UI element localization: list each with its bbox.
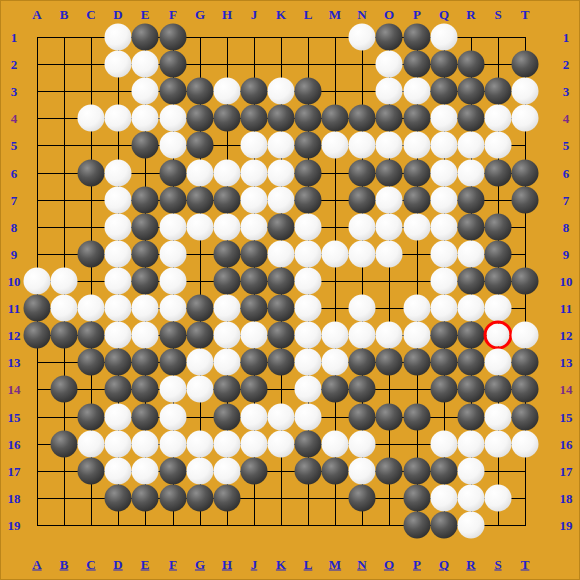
coord-label-bottom: P <box>413 558 421 571</box>
stone-black[interactable] <box>295 78 322 105</box>
stone-black[interactable] <box>78 458 105 485</box>
stone-black[interactable] <box>295 187 322 214</box>
stone-white[interactable] <box>349 241 376 268</box>
stone-black[interactable] <box>160 485 187 512</box>
stone-black[interactable] <box>322 458 349 485</box>
stone-white[interactable] <box>295 214 322 241</box>
stone-white[interactable] <box>160 295 187 322</box>
stone-black[interactable] <box>404 160 431 187</box>
coord-label-top: L <box>304 8 313 21</box>
stone-white[interactable] <box>431 485 458 512</box>
stone-white[interactable] <box>105 458 132 485</box>
stone-white[interactable] <box>376 51 403 78</box>
stone-black[interactable] <box>214 105 241 132</box>
stone-black[interactable] <box>376 24 403 51</box>
stone-black[interactable] <box>132 241 159 268</box>
coord-label-top: F <box>169 8 177 21</box>
stone-black[interactable] <box>349 376 376 403</box>
stone-white[interactable] <box>132 78 159 105</box>
stone-black[interactable] <box>485 241 512 268</box>
stone-white[interactable] <box>132 431 159 458</box>
stone-black[interactable] <box>268 295 295 322</box>
stone-black[interactable] <box>241 78 268 105</box>
stone-white[interactable] <box>105 241 132 268</box>
stone-black[interactable] <box>404 24 431 51</box>
stone-black[interactable] <box>268 105 295 132</box>
stone-white[interactable] <box>349 431 376 458</box>
stone-black[interactable] <box>105 485 132 512</box>
stone-black[interactable] <box>241 376 268 403</box>
stone-black[interactable] <box>485 78 512 105</box>
stone-black[interactable] <box>376 105 403 132</box>
stone-black[interactable] <box>349 404 376 431</box>
stone-white[interactable] <box>187 349 214 376</box>
stone-black[interactable] <box>458 105 485 132</box>
stone-black[interactable] <box>404 404 431 431</box>
stone-white[interactable] <box>376 241 403 268</box>
stone-white[interactable] <box>322 322 349 349</box>
coord-label-bottom: Q <box>439 558 449 571</box>
stone-white[interactable] <box>322 241 349 268</box>
coord-label-right: 2 <box>563 58 570 71</box>
stone-white[interactable] <box>78 431 105 458</box>
coord-label-left: 4 <box>11 112 18 125</box>
stone-white[interactable] <box>458 241 485 268</box>
stone-white[interactable] <box>295 241 322 268</box>
stone-white[interactable] <box>431 160 458 187</box>
stone-black[interactable] <box>132 268 159 295</box>
stone-white[interactable] <box>105 214 132 241</box>
stone-black[interactable] <box>295 431 322 458</box>
stone-white[interactable] <box>485 431 512 458</box>
stone-black[interactable] <box>349 485 376 512</box>
stone-black[interactable] <box>187 105 214 132</box>
stone-white[interactable] <box>431 295 458 322</box>
stone-black[interactable] <box>431 322 458 349</box>
stone-black[interactable] <box>160 349 187 376</box>
stone-black[interactable] <box>105 349 132 376</box>
stone-black[interactable] <box>404 485 431 512</box>
stone-black[interactable] <box>295 160 322 187</box>
stone-white[interactable] <box>105 160 132 187</box>
stone-black[interactable] <box>187 485 214 512</box>
stone-white[interactable] <box>458 132 485 159</box>
stone-white[interactable] <box>349 24 376 51</box>
stone-white[interactable] <box>404 132 431 159</box>
stone-white[interactable] <box>187 458 214 485</box>
stone-white[interactable] <box>160 105 187 132</box>
coord-label-right: 14 <box>560 383 573 396</box>
stone-black[interactable] <box>268 214 295 241</box>
stone-white[interactable] <box>78 295 105 322</box>
stone-white[interactable] <box>376 322 403 349</box>
stone-black[interactable] <box>132 132 159 159</box>
coord-label-bottom: G <box>195 558 205 571</box>
coord-label-left: 15 <box>8 411 21 424</box>
stone-white[interactable] <box>404 214 431 241</box>
stone-white[interactable] <box>160 268 187 295</box>
stone-black[interactable] <box>132 349 159 376</box>
coord-label-top: S <box>494 8 501 21</box>
stone-black[interactable] <box>78 404 105 431</box>
stone-white[interactable] <box>241 132 268 159</box>
stone-white[interactable] <box>295 349 322 376</box>
coord-label-top: K <box>276 8 286 21</box>
stone-white[interactable] <box>458 160 485 187</box>
stone-white[interactable] <box>105 322 132 349</box>
stone-white[interactable] <box>349 458 376 485</box>
stone-black[interactable] <box>241 349 268 376</box>
stone-black[interactable] <box>349 349 376 376</box>
stone-white[interactable] <box>214 322 241 349</box>
stone-black[interactable] <box>187 132 214 159</box>
stone-white[interactable] <box>295 404 322 431</box>
stone-black[interactable] <box>187 187 214 214</box>
stone-white[interactable] <box>431 241 458 268</box>
stone-white[interactable] <box>78 105 105 132</box>
stone-white[interactable] <box>105 24 132 51</box>
stone-black[interactable] <box>78 322 105 349</box>
stone-black[interactable] <box>322 376 349 403</box>
stone-white[interactable] <box>376 78 403 105</box>
coord-label-top: O <box>384 8 394 21</box>
coord-label-right: 15 <box>560 411 573 424</box>
stone-white[interactable] <box>160 431 187 458</box>
stone-white[interactable] <box>404 322 431 349</box>
stone-white[interactable] <box>268 404 295 431</box>
stone-white[interactable] <box>349 214 376 241</box>
stone-black[interactable] <box>512 160 539 187</box>
stone-black[interactable] <box>458 268 485 295</box>
stone-black[interactable] <box>214 404 241 431</box>
stone-white[interactable] <box>51 295 78 322</box>
stone-white[interactable] <box>132 295 159 322</box>
coord-label-top: B <box>60 8 69 21</box>
stone-white[interactable] <box>431 431 458 458</box>
stone-white[interactable] <box>214 349 241 376</box>
coord-label-top: P <box>413 8 421 21</box>
stone-white[interactable] <box>214 431 241 458</box>
stone-black[interactable] <box>132 187 159 214</box>
stone-black[interactable] <box>512 51 539 78</box>
stone-black[interactable] <box>241 268 268 295</box>
stone-black[interactable] <box>376 404 403 431</box>
stone-black[interactable] <box>295 458 322 485</box>
stone-white[interactable] <box>485 349 512 376</box>
stone-white[interactable] <box>214 458 241 485</box>
stone-white[interactable] <box>458 295 485 322</box>
coord-label-left: 14 <box>8 383 21 396</box>
coord-label-right: 12 <box>560 329 573 342</box>
go-board[interactable]: AABBCCDDEEFFGGHHJJKKLLMMNNOOPPQQRRSSTT11… <box>0 0 580 580</box>
stone-black[interactable] <box>160 160 187 187</box>
stone-white[interactable] <box>132 105 159 132</box>
stone-black[interactable] <box>322 105 349 132</box>
stone-white[interactable] <box>187 160 214 187</box>
stone-black[interactable] <box>160 51 187 78</box>
stone-black[interactable] <box>404 105 431 132</box>
stone-white[interactable] <box>512 322 539 349</box>
stone-black[interactable] <box>404 458 431 485</box>
stone-black[interactable] <box>512 376 539 403</box>
stone-white[interactable] <box>187 376 214 403</box>
stone-white[interactable] <box>214 214 241 241</box>
stone-white[interactable] <box>187 214 214 241</box>
stone-black[interactable] <box>187 322 214 349</box>
stone-black[interactable] <box>132 485 159 512</box>
stone-black[interactable] <box>295 105 322 132</box>
coord-label-top: M <box>329 8 341 21</box>
stone-black[interactable] <box>132 404 159 431</box>
stone-black[interactable] <box>78 241 105 268</box>
stone-white[interactable] <box>485 485 512 512</box>
stone-white[interactable] <box>105 295 132 322</box>
stone-black[interactable] <box>160 24 187 51</box>
coord-label-bottom: D <box>113 558 122 571</box>
stone-black[interactable] <box>24 295 51 322</box>
stone-black[interactable] <box>458 214 485 241</box>
stone-white[interactable] <box>187 431 214 458</box>
stone-white[interactable] <box>295 295 322 322</box>
stone-black[interactable] <box>295 132 322 159</box>
stone-white[interactable] <box>349 132 376 159</box>
stone-black[interactable] <box>349 160 376 187</box>
coord-label-right: 8 <box>563 221 570 234</box>
stone-black[interactable] <box>214 376 241 403</box>
stone-white[interactable] <box>268 160 295 187</box>
stone-white[interactable] <box>376 132 403 159</box>
stone-black[interactable] <box>376 349 403 376</box>
coord-label-left: 9 <box>11 248 18 261</box>
coord-label-right: 13 <box>560 356 573 369</box>
stone-white[interactable] <box>105 105 132 132</box>
stone-black[interactable] <box>485 160 512 187</box>
stone-white[interactable] <box>241 322 268 349</box>
stone-white[interactable] <box>485 132 512 159</box>
coord-label-bottom: S <box>494 558 501 571</box>
stone-white[interactable] <box>241 160 268 187</box>
stone-black[interactable] <box>431 349 458 376</box>
stone-black[interactable] <box>404 187 431 214</box>
coord-label-bottom: A <box>32 558 41 571</box>
stone-white[interactable] <box>512 78 539 105</box>
stone-white[interactable] <box>349 295 376 322</box>
stone-black[interactable] <box>458 51 485 78</box>
stone-black[interactable] <box>132 376 159 403</box>
stone-black[interactable] <box>268 349 295 376</box>
stone-white[interactable] <box>458 458 485 485</box>
coord-label-bottom: R <box>466 558 475 571</box>
stone-black[interactable] <box>404 349 431 376</box>
stone-white[interactable] <box>431 105 458 132</box>
stone-white[interactable] <box>322 132 349 159</box>
coord-label-right: 9 <box>563 248 570 261</box>
stone-white[interactable] <box>349 322 376 349</box>
stone-white[interactable] <box>458 512 485 539</box>
stone-black[interactable] <box>512 404 539 431</box>
coord-label-top: D <box>113 8 122 21</box>
stone-black[interactable] <box>187 78 214 105</box>
stone-black[interactable] <box>51 376 78 403</box>
stone-black[interactable] <box>160 322 187 349</box>
stone-black[interactable] <box>214 268 241 295</box>
stone-black[interactable] <box>458 78 485 105</box>
stone-black[interactable] <box>376 458 403 485</box>
stone-white[interactable] <box>24 268 51 295</box>
stone-white[interactable] <box>295 376 322 403</box>
stone-black[interactable] <box>376 160 403 187</box>
stone-black[interactable] <box>458 187 485 214</box>
stone-black[interactable] <box>431 458 458 485</box>
coord-label-top: N <box>357 8 366 21</box>
stone-white[interactable] <box>431 268 458 295</box>
stone-black[interactable] <box>160 187 187 214</box>
coord-label-top: J <box>251 8 258 21</box>
stone-black[interactable] <box>404 512 431 539</box>
stone-white[interactable] <box>485 105 512 132</box>
stone-white[interactable] <box>268 431 295 458</box>
stone-black[interactable] <box>485 268 512 295</box>
coord-label-top: R <box>466 8 475 21</box>
stone-black[interactable] <box>485 376 512 403</box>
stone-black[interactable] <box>24 322 51 349</box>
stone-black[interactable] <box>51 322 78 349</box>
stone-white[interactable] <box>376 214 403 241</box>
last-move-stone[interactable] <box>484 321 513 350</box>
stone-white[interactable] <box>241 187 268 214</box>
stone-white[interactable] <box>485 404 512 431</box>
stone-white[interactable] <box>160 214 187 241</box>
stone-black[interactable] <box>485 214 512 241</box>
stone-white[interactable] <box>431 214 458 241</box>
stone-black[interactable] <box>160 458 187 485</box>
stone-black[interactable] <box>51 431 78 458</box>
coord-label-top: G <box>195 8 205 21</box>
stone-black[interactable] <box>458 404 485 431</box>
stone-white[interactable] <box>132 322 159 349</box>
stone-black[interactable] <box>241 105 268 132</box>
stone-black[interactable] <box>458 349 485 376</box>
stone-black[interactable] <box>512 187 539 214</box>
stone-black[interactable] <box>458 376 485 403</box>
stone-white[interactable] <box>268 241 295 268</box>
stone-black[interactable] <box>349 187 376 214</box>
coord-label-left: 3 <box>11 85 18 98</box>
stone-black[interactable] <box>431 78 458 105</box>
coord-label-right: 5 <box>563 139 570 152</box>
stone-white[interactable] <box>105 187 132 214</box>
stone-black[interactable] <box>214 485 241 512</box>
coord-label-right: 7 <box>563 194 570 207</box>
stone-black[interactable] <box>132 214 159 241</box>
stone-white[interactable] <box>132 458 159 485</box>
stone-black[interactable] <box>214 187 241 214</box>
stone-black[interactable] <box>160 78 187 105</box>
stone-white[interactable] <box>241 404 268 431</box>
stone-black[interactable] <box>132 24 159 51</box>
stone-white[interactable] <box>214 295 241 322</box>
stone-white[interactable] <box>105 404 132 431</box>
stone-black[interactable] <box>431 512 458 539</box>
stone-black[interactable] <box>404 51 431 78</box>
stone-white[interactable] <box>431 187 458 214</box>
stone-white[interactable] <box>295 322 322 349</box>
stone-white[interactable] <box>214 78 241 105</box>
stone-white[interactable] <box>404 295 431 322</box>
coord-label-top: C <box>86 8 95 21</box>
stone-black[interactable] <box>78 160 105 187</box>
stone-black[interactable] <box>187 295 214 322</box>
stone-white[interactable] <box>485 295 512 322</box>
stone-white[interactable] <box>241 431 268 458</box>
stone-black[interactable] <box>458 322 485 349</box>
coord-label-right: 6 <box>563 167 570 180</box>
stone-white[interactable] <box>404 78 431 105</box>
coord-label-top: E <box>141 8 150 21</box>
stone-white[interactable] <box>51 268 78 295</box>
coord-label-left: 18 <box>8 492 21 505</box>
stone-white[interactable] <box>160 404 187 431</box>
stone-white[interactable] <box>241 214 268 241</box>
coord-label-right: 17 <box>560 465 573 478</box>
stone-white[interactable] <box>132 51 159 78</box>
stone-white[interactable] <box>458 485 485 512</box>
stone-black[interactable] <box>268 322 295 349</box>
stone-black[interactable] <box>105 376 132 403</box>
stone-white[interactable] <box>431 132 458 159</box>
stone-black[interactable] <box>349 105 376 132</box>
stone-black[interactable] <box>512 268 539 295</box>
stone-white[interactable] <box>160 376 187 403</box>
coord-label-left: 2 <box>11 58 18 71</box>
stone-black[interactable] <box>214 241 241 268</box>
stone-white[interactable] <box>268 187 295 214</box>
stone-black[interactable] <box>241 241 268 268</box>
stone-white[interactable] <box>160 132 187 159</box>
stone-black[interactable] <box>241 458 268 485</box>
coord-label-bottom: O <box>384 558 394 571</box>
stone-white[interactable] <box>268 132 295 159</box>
stone-white[interactable] <box>322 431 349 458</box>
stone-white[interactable] <box>458 431 485 458</box>
coord-label-bottom: N <box>357 558 366 571</box>
stone-white[interactable] <box>105 431 132 458</box>
coord-label-left: 12 <box>8 329 21 342</box>
stone-white[interactable] <box>105 268 132 295</box>
stone-white[interactable] <box>160 241 187 268</box>
stone-black[interactable] <box>268 268 295 295</box>
stone-white[interactable] <box>322 349 349 376</box>
stone-white[interactable] <box>214 160 241 187</box>
stone-white[interactable] <box>295 268 322 295</box>
stone-white[interactable] <box>431 24 458 51</box>
stone-white[interactable] <box>268 78 295 105</box>
stone-white[interactable] <box>512 105 539 132</box>
coord-label-right: 10 <box>560 275 573 288</box>
stone-white[interactable] <box>376 187 403 214</box>
stone-black[interactable] <box>78 349 105 376</box>
stone-black[interactable] <box>431 376 458 403</box>
stone-black[interactable] <box>512 349 539 376</box>
stone-black[interactable] <box>431 51 458 78</box>
stone-black[interactable] <box>241 295 268 322</box>
stone-white[interactable] <box>105 51 132 78</box>
coord-label-left: 17 <box>8 465 21 478</box>
coord-label-left: 19 <box>8 519 21 532</box>
stone-white[interactable] <box>512 431 539 458</box>
coord-label-bottom: C <box>86 558 95 571</box>
coord-label-left: 8 <box>11 221 18 234</box>
